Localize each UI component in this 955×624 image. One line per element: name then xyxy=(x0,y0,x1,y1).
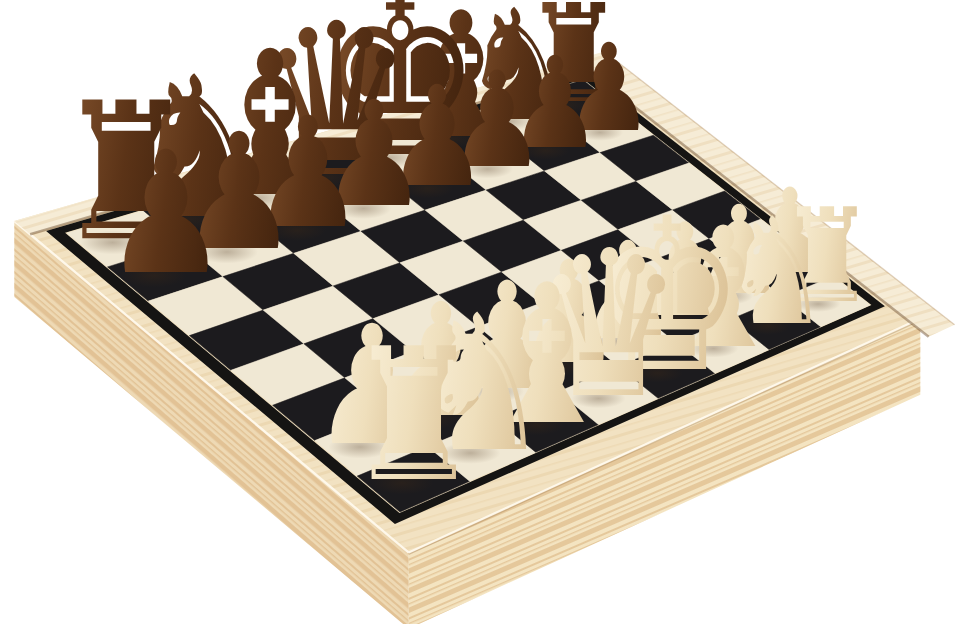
piece-white-rook-a1: ♜ xyxy=(332,324,496,507)
chess-pieces-layer: ♜♞♝♛♚♝♞♜♟♟♟♟♟♟♟♟♟♟♟♟♟♟♟♟♜♞♝♛♚♝♞♜ xyxy=(0,0,955,624)
piece-black-pawn-a7: ♟ xyxy=(90,129,242,298)
chess-set-photo: ♜♞♝♛♚♝♞♜♟♟♟♟♟♟♟♟♟♟♟♟♟♟♟♟♜♞♝♛♚♝♞♜ xyxy=(0,0,955,624)
